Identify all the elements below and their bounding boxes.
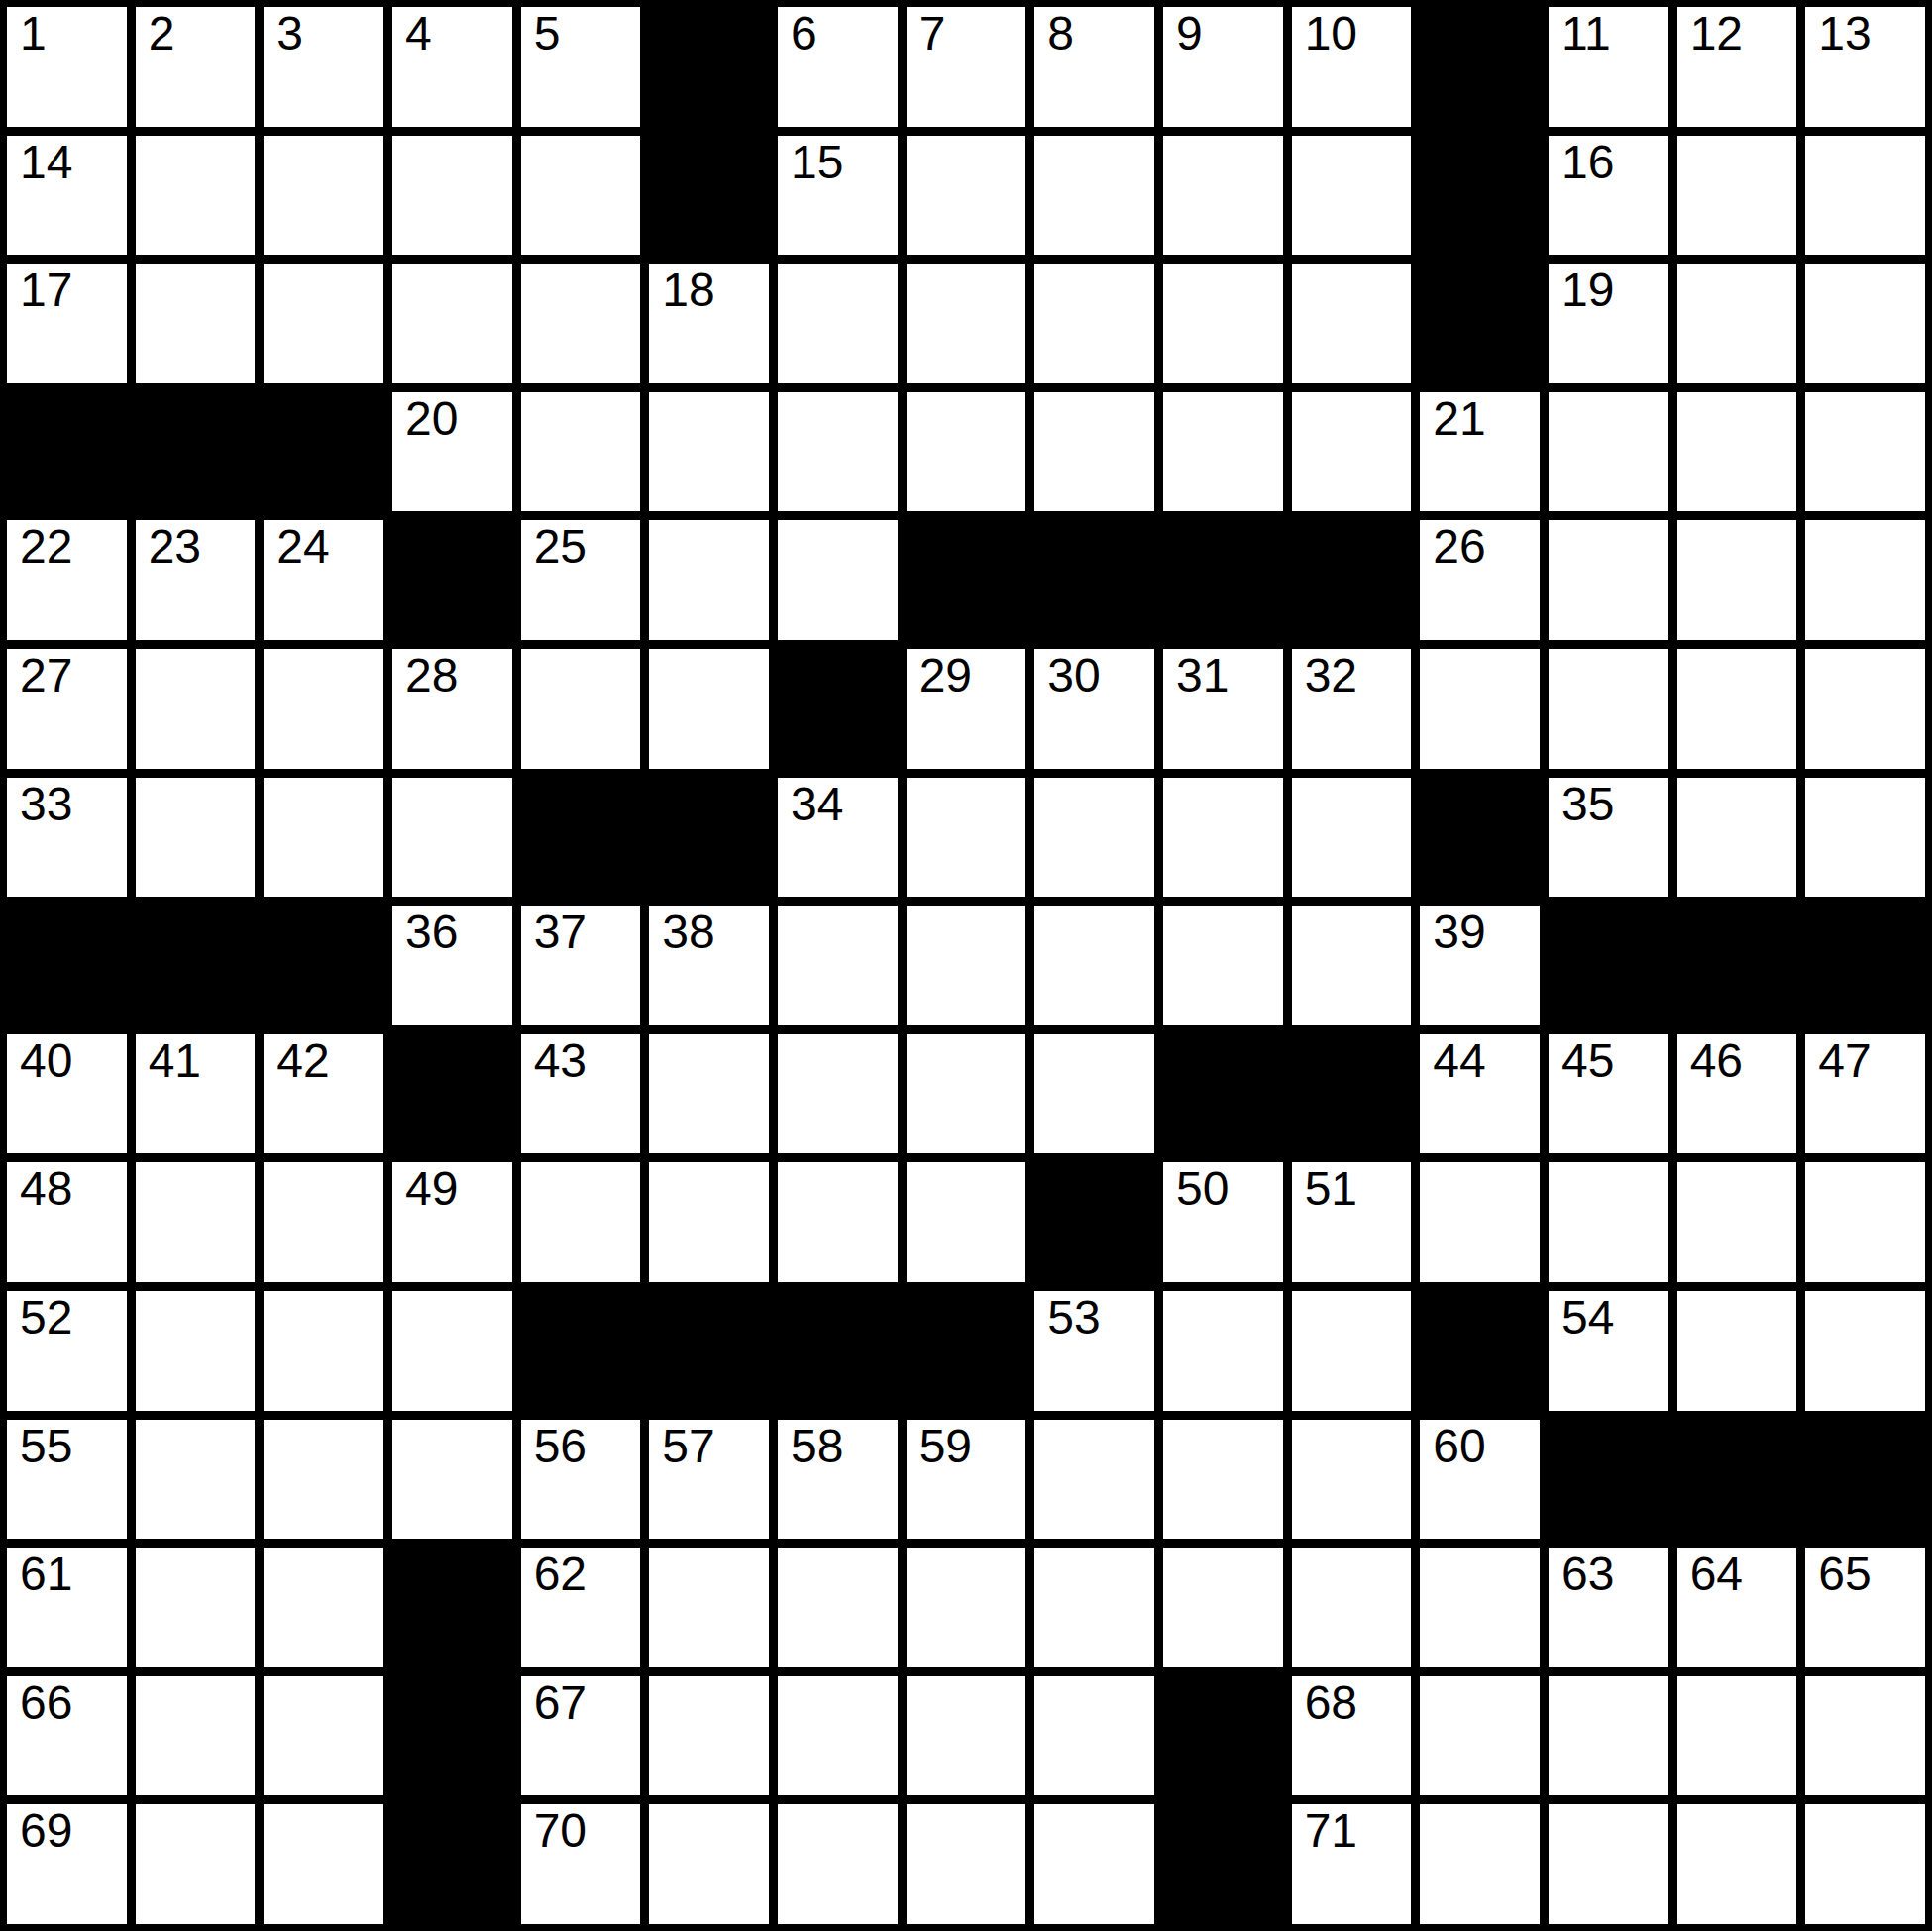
cell-r11c4[interactable] [392,1291,512,1411]
cell-r4c6[interactable] [649,392,769,512]
cell-r1c1[interactable]: 1 [7,7,127,127]
cell-r2c11[interactable] [1292,136,1412,256]
clue-number: 26 [1433,523,1485,571]
cell-r15c2[interactable] [136,1804,256,1924]
clue-number: 49 [405,1165,458,1213]
cell-r4c15[interactable] [1805,392,1925,512]
cell-r14c3[interactable] [264,1676,383,1796]
clue-number: 29 [919,652,972,699]
cell-r13c2[interactable] [136,1548,256,1667]
cell-r4c8[interactable] [907,392,1026,512]
block-cell-r12c14 [1677,1420,1797,1540]
cell-r11c15[interactable] [1805,1291,1925,1411]
cell-r2c13[interactable]: 16 [1549,136,1668,256]
cell-r9c9[interactable] [1034,1034,1154,1154]
cell-r2c2[interactable] [136,136,256,256]
cell-r5c3[interactable]: 24 [264,520,383,640]
cell-r14c6[interactable] [649,1676,769,1796]
clue-number: 38 [662,909,714,956]
cell-r14c8[interactable] [907,1676,1026,1796]
block-cell-r5c11 [1292,520,1412,640]
cell-r10c10[interactable]: 50 [1163,1162,1283,1282]
clue-number: 47 [1818,1037,1871,1085]
cell-r12c6[interactable]: 57 [649,1420,769,1540]
cell-r1c10[interactable]: 9 [1163,7,1283,127]
cell-r6c9[interactable]: 30 [1034,649,1154,769]
cell-r10c13[interactable] [1549,1162,1668,1282]
cell-r3c5[interactable] [521,264,641,383]
cell-r6c1[interactable]: 27 [7,649,127,769]
cell-r2c8[interactable] [907,136,1026,256]
cell-r10c15[interactable] [1805,1162,1925,1282]
cell-r7c4[interactable] [392,778,512,898]
cell-r6c11[interactable]: 32 [1292,649,1412,769]
cell-r1c7[interactable]: 6 [778,7,898,127]
cell-r13c12[interactable] [1420,1548,1540,1667]
cell-r4c14[interactable] [1677,392,1797,512]
cell-r8c11[interactable] [1292,906,1412,1025]
cell-r5c15[interactable] [1805,520,1925,640]
block-cell-r11c8 [907,1291,1026,1411]
clue-number: 17 [20,267,72,314]
clue-number: 67 [534,1679,587,1727]
block-cell-r12c13 [1549,1420,1668,1540]
clue-number: 41 [149,1037,201,1085]
clue-number: 20 [405,395,458,443]
cell-r2c7[interactable]: 15 [778,136,898,256]
cell-r14c9[interactable] [1034,1676,1154,1796]
clue-number: 6 [791,10,817,57]
cell-r3c7[interactable] [778,264,898,383]
cell-r5c2[interactable]: 23 [136,520,256,640]
clue-number: 33 [20,781,72,828]
cell-r15c15[interactable] [1805,1804,1925,1924]
cell-r3c13[interactable]: 19 [1549,264,1668,383]
block-cell-r8c15 [1805,906,1925,1025]
cell-r3c9[interactable] [1034,264,1154,383]
cell-r9c12[interactable]: 44 [1420,1034,1540,1154]
clue-number: 25 [534,523,587,571]
cell-r3c3[interactable] [264,264,383,383]
cell-r11c14[interactable] [1677,1291,1797,1411]
clue-number: 70 [534,1807,587,1855]
cell-r2c10[interactable] [1163,136,1283,256]
clue-number: 62 [534,1551,587,1598]
cell-r3c15[interactable] [1805,264,1925,383]
clue-number: 23 [149,523,201,571]
block-cell-r8c1 [7,906,127,1025]
cell-r5c14[interactable] [1677,520,1797,640]
cell-r13c9[interactable] [1034,1548,1154,1667]
cell-r13c13[interactable]: 63 [1549,1548,1668,1667]
cell-r5c6[interactable] [649,520,769,640]
clue-number: 30 [1047,652,1100,699]
clue-number: 24 [276,523,329,571]
clue-number: 22 [20,523,72,571]
cell-r3c2[interactable] [136,264,256,383]
clue-number: 43 [534,1037,587,1085]
cell-r15c14[interactable] [1677,1804,1797,1924]
cell-r14c1[interactable]: 66 [7,1676,127,1796]
cell-r7c15[interactable] [1805,778,1925,898]
cell-r14c11[interactable]: 68 [1292,1676,1412,1796]
cell-r9c15[interactable]: 47 [1805,1034,1925,1154]
clue-number: 21 [1433,395,1485,443]
cell-r10c3[interactable] [264,1162,383,1282]
cell-r1c3[interactable]: 3 [264,7,383,127]
cell-r12c9[interactable] [1034,1420,1154,1540]
cell-r7c14[interactable] [1677,778,1797,898]
crossword-grid: 1234567891011121314151617181920212223242… [0,0,1932,1931]
cell-r2c14[interactable] [1677,136,1797,256]
clue-number: 52 [20,1294,72,1341]
cell-r5c13[interactable] [1549,520,1668,640]
block-cell-r5c8 [907,520,1026,640]
cell-r11c9[interactable]: 53 [1034,1291,1154,1411]
cell-r6c8[interactable]: 29 [907,649,1026,769]
block-cell-r7c6 [649,778,769,898]
cell-r13c6[interactable] [649,1548,769,1667]
clue-number: 50 [1176,1165,1229,1213]
cell-r10c12[interactable] [1420,1162,1540,1282]
cell-r4c10[interactable] [1163,392,1283,512]
cell-r4c5[interactable] [521,392,641,512]
block-cell-r2c6 [649,136,769,256]
clue-number: 51 [1305,1165,1357,1213]
clue-number: 59 [919,1423,972,1470]
cell-r1c15[interactable]: 13 [1805,7,1925,127]
clue-number: 42 [276,1037,329,1085]
block-cell-r7c12 [1420,778,1540,898]
cell-r9c5[interactable]: 43 [521,1034,641,1154]
block-cell-r12c15 [1805,1420,1925,1540]
cell-r3c11[interactable] [1292,264,1412,383]
block-cell-r11c6 [649,1291,769,1411]
clue-number: 55 [20,1423,72,1470]
block-cell-r11c12 [1420,1291,1540,1411]
cell-r7c7[interactable]: 34 [778,778,898,898]
cell-r13c14[interactable]: 64 [1677,1548,1797,1667]
cell-r9c14[interactable]: 46 [1677,1034,1797,1154]
cell-r13c1[interactable]: 61 [7,1548,127,1667]
cell-r8c12[interactable]: 39 [1420,906,1540,1025]
cell-r8c5[interactable]: 37 [521,906,641,1025]
cell-r15c8[interactable] [907,1804,1026,1924]
clue-number: 44 [1433,1037,1485,1085]
cell-r13c10[interactable] [1163,1548,1283,1667]
cell-r3c10[interactable] [1163,264,1283,383]
block-cell-r15c4 [392,1804,512,1924]
cell-r4c4[interactable]: 20 [392,392,512,512]
cell-r6c3[interactable] [264,649,383,769]
cell-r10c11[interactable]: 51 [1292,1162,1412,1282]
cell-r7c10[interactable] [1163,778,1283,898]
cell-r6c14[interactable] [1677,649,1797,769]
cell-r12c11[interactable] [1292,1420,1412,1540]
cell-r5c1[interactable]: 22 [7,520,127,640]
clue-number: 37 [534,909,587,956]
cell-r15c13[interactable] [1549,1804,1668,1924]
clue-number: 35 [1561,781,1614,828]
cell-r10c5[interactable] [521,1162,641,1282]
cell-r15c11[interactable]: 71 [1292,1804,1412,1924]
cell-r3c6[interactable]: 18 [649,264,769,383]
crossword-board: 1234567891011121314151617181920212223242… [0,0,1932,1931]
clue-number: 4 [405,10,432,57]
cell-r13c8[interactable] [907,1548,1026,1667]
cell-r1c5[interactable]: 5 [521,7,641,127]
clue-number: 36 [405,909,458,956]
cell-r10c4[interactable]: 49 [392,1162,512,1282]
clue-number: 18 [662,267,714,314]
block-cell-r8c13 [1549,906,1668,1025]
cell-r3c1[interactable]: 17 [7,264,127,383]
block-cell-r9c11 [1292,1034,1412,1154]
cell-r10c7[interactable] [778,1162,898,1282]
cell-r14c2[interactable] [136,1676,256,1796]
clue-number: 71 [1305,1807,1357,1855]
cell-r15c5[interactable]: 70 [521,1804,641,1924]
clue-number: 64 [1690,1551,1743,1598]
cell-r5c7[interactable] [778,520,898,640]
cell-r13c5[interactable]: 62 [521,1548,641,1667]
cell-r4c12[interactable]: 21 [1420,392,1540,512]
cell-r1c8[interactable]: 7 [907,7,1026,127]
cell-r14c7[interactable] [778,1676,898,1796]
cell-r4c11[interactable] [1292,392,1412,512]
block-cell-r9c4 [392,1034,512,1154]
cell-r11c11[interactable] [1292,1291,1412,1411]
block-cell-r4c2 [136,392,256,512]
clue-number: 32 [1305,652,1357,699]
cell-r1c4[interactable]: 4 [392,7,512,127]
block-cell-r9c10 [1163,1034,1283,1154]
clue-number: 19 [1561,267,1614,314]
block-cell-r2c12 [1420,136,1540,256]
cell-r8c10[interactable] [1163,906,1283,1025]
cell-r14c5[interactable]: 67 [521,1676,641,1796]
cell-r15c7[interactable] [778,1804,898,1924]
cell-r8c4[interactable]: 36 [392,906,512,1025]
cell-r12c7[interactable]: 58 [778,1420,898,1540]
block-cell-r8c2 [136,906,256,1025]
clue-number: 69 [20,1807,72,1855]
block-cell-r1c6 [649,7,769,127]
cell-r8c7[interactable] [778,906,898,1025]
cell-r11c3[interactable] [264,1291,383,1411]
cell-r15c6[interactable] [649,1804,769,1924]
cell-r3c4[interactable] [392,264,512,383]
clue-number: 28 [405,652,458,699]
cell-r10c8[interactable] [907,1162,1026,1282]
cell-r6c15[interactable] [1805,649,1925,769]
cell-r2c3[interactable] [264,136,383,256]
block-cell-r15c10 [1163,1804,1283,1924]
cell-r10c1[interactable]: 48 [7,1162,127,1282]
cell-r6c10[interactable]: 31 [1163,649,1283,769]
block-cell-r6c7 [778,649,898,769]
clue-number: 39 [1433,909,1485,956]
clue-number: 3 [276,10,303,57]
cell-r7c13[interactable]: 35 [1549,778,1668,898]
clue-number: 9 [1176,10,1203,57]
cell-r12c12[interactable]: 60 [1420,1420,1540,1540]
cell-r15c12[interactable] [1420,1804,1540,1924]
cell-r6c2[interactable] [136,649,256,769]
cell-r6c6[interactable] [649,649,769,769]
clue-number: 60 [1433,1423,1485,1470]
cell-r9c6[interactable] [649,1034,769,1154]
cell-r10c14[interactable] [1677,1162,1797,1282]
cell-r12c2[interactable] [136,1420,256,1540]
cell-r7c9[interactable] [1034,778,1154,898]
clue-number: 48 [20,1165,72,1213]
clue-number: 14 [20,139,72,186]
cell-r7c3[interactable] [264,778,383,898]
cell-r13c11[interactable] [1292,1548,1412,1667]
clue-number: 5 [534,10,561,57]
cell-r7c2[interactable] [136,778,256,898]
clue-number: 15 [791,139,843,186]
cell-r1c14[interactable]: 12 [1677,7,1797,127]
cell-r13c15[interactable]: 65 [1805,1548,1925,1667]
clue-number: 68 [1305,1679,1357,1727]
cell-r12c5[interactable]: 56 [521,1420,641,1540]
block-cell-r4c1 [7,392,127,512]
block-cell-r5c4 [392,520,512,640]
cell-r13c3[interactable] [264,1548,383,1667]
cell-r11c10[interactable] [1163,1291,1283,1411]
cell-r10c2[interactable] [136,1162,256,1282]
cell-r9c1[interactable]: 40 [7,1034,127,1154]
block-cell-r5c9 [1034,520,1154,640]
cell-r8c8[interactable] [907,906,1026,1025]
clue-number: 54 [1561,1294,1614,1341]
cell-r2c1[interactable]: 14 [7,136,127,256]
block-cell-r3c12 [1420,264,1540,383]
clue-number: 65 [1818,1551,1871,1598]
cell-r2c5[interactable] [521,136,641,256]
cell-r2c15[interactable] [1805,136,1925,256]
cell-r9c2[interactable]: 41 [136,1034,256,1154]
clue-number: 12 [1690,10,1743,57]
clue-number: 34 [791,781,843,828]
block-cell-r14c10 [1163,1676,1283,1796]
cell-r1c2[interactable]: 2 [136,7,256,127]
cell-r4c9[interactable] [1034,392,1154,512]
clue-number: 1 [20,10,47,57]
cell-r15c3[interactable] [264,1804,383,1924]
clue-number: 45 [1561,1037,1614,1085]
cell-r13c7[interactable] [778,1548,898,1667]
block-cell-r7c5 [521,778,641,898]
cell-r7c11[interactable] [1292,778,1412,898]
clue-number: 13 [1818,10,1871,57]
clue-number: 27 [20,652,72,699]
cell-r9c13[interactable]: 45 [1549,1034,1668,1154]
cell-r14c14[interactable] [1677,1676,1797,1796]
clue-number: 11 [1561,10,1611,57]
block-cell-r1c12 [1420,7,1540,127]
cell-r12c1[interactable]: 55 [7,1420,127,1540]
cell-r11c1[interactable]: 52 [7,1291,127,1411]
block-cell-r8c3 [264,906,383,1025]
clue-number: 58 [791,1423,843,1470]
cell-r9c3[interactable]: 42 [264,1034,383,1154]
cell-r7c1[interactable]: 33 [7,778,127,898]
cell-r8c9[interactable] [1034,906,1154,1025]
cell-r2c9[interactable] [1034,136,1154,256]
cell-r9c8[interactable] [907,1034,1026,1154]
cell-r2c4[interactable] [392,136,512,256]
block-cell-r14c4 [392,1676,512,1796]
block-cell-r4c3 [264,392,383,512]
clue-number: 46 [1690,1037,1743,1085]
cell-r1c11[interactable]: 10 [1292,7,1412,127]
cell-r15c9[interactable] [1034,1804,1154,1924]
cell-r12c8[interactable]: 59 [907,1420,1026,1540]
block-cell-r10c9 [1034,1162,1154,1282]
block-cell-r11c7 [778,1291,898,1411]
cell-r11c13[interactable]: 54 [1549,1291,1668,1411]
clue-number: 7 [919,10,946,57]
cell-r10c6[interactable] [649,1162,769,1282]
cell-r3c8[interactable] [907,264,1026,383]
cell-r14c13[interactable] [1549,1676,1668,1796]
cell-r4c13[interactable] [1549,392,1668,512]
cell-r15c1[interactable]: 69 [7,1804,127,1924]
cell-r6c5[interactable] [521,649,641,769]
cell-r8c6[interactable]: 38 [649,906,769,1025]
cell-r12c4[interactable] [392,1420,512,1540]
cell-r1c9[interactable]: 8 [1034,7,1154,127]
clue-number: 57 [662,1423,714,1470]
clue-number: 8 [1047,10,1074,57]
cell-r5c5[interactable]: 25 [521,520,641,640]
cell-r6c12[interactable] [1420,649,1540,769]
clue-number: 56 [534,1423,587,1470]
clue-number: 2 [149,10,175,57]
cell-r5c12[interactable]: 26 [1420,520,1540,640]
cell-r14c12[interactable] [1420,1676,1540,1796]
cell-r3c14[interactable] [1677,264,1797,383]
clue-number: 31 [1176,652,1229,699]
block-cell-r8c14 [1677,906,1797,1025]
clue-number: 40 [20,1037,72,1085]
cell-r1c13[interactable]: 11 [1549,7,1668,127]
clue-number: 63 [1561,1551,1614,1598]
block-cell-r5c10 [1163,520,1283,640]
clue-number: 16 [1561,139,1614,186]
cell-r11c2[interactable] [136,1291,256,1411]
cell-r12c3[interactable] [264,1420,383,1540]
cell-r6c4[interactable]: 28 [392,649,512,769]
cell-r7c8[interactable] [907,778,1026,898]
cell-r12c10[interactable] [1163,1420,1283,1540]
block-cell-r13c4 [392,1548,512,1667]
clue-number: 53 [1047,1294,1100,1341]
clue-number: 10 [1305,10,1357,57]
cell-r14c15[interactable] [1805,1676,1925,1796]
cell-r6c13[interactable] [1549,649,1668,769]
clue-number: 61 [20,1551,72,1598]
cell-r9c7[interactable] [778,1034,898,1154]
clue-number: 66 [20,1679,72,1727]
block-cell-r11c5 [521,1291,641,1411]
cell-r4c7[interactable] [778,392,898,512]
